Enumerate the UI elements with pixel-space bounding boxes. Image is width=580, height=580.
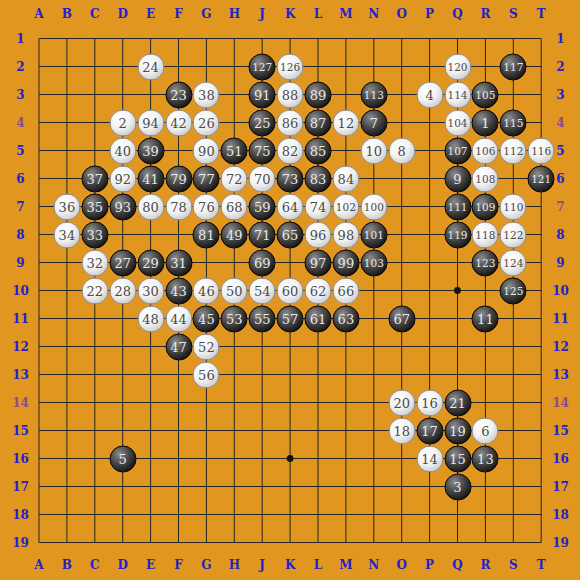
stone-white-22[interactable]: 22 bbox=[81, 277, 108, 304]
stone-white-12[interactable]: 12 bbox=[332, 109, 359, 136]
stone-white-38[interactable]: 38 bbox=[193, 81, 220, 108]
stone-white-42[interactable]: 42 bbox=[165, 109, 192, 136]
stone-move-number: 5 bbox=[119, 452, 127, 465]
stone-move-number: 57 bbox=[282, 312, 299, 325]
stone-move-number: 73 bbox=[282, 172, 299, 185]
stone-white-28[interactable]: 28 bbox=[109, 277, 136, 304]
stone-black-103[interactable]: 103 bbox=[360, 249, 387, 276]
go-board[interactable]: AABBCCDDEEFFGGHHJJKKLLMMNNOOPPQQRRSSTT11… bbox=[0, 0, 580, 580]
stone-black-113[interactable]: 113 bbox=[360, 81, 387, 108]
stone-move-number: 74 bbox=[310, 200, 327, 213]
col-label-top-S: S bbox=[509, 7, 518, 21]
stone-move-number: 18 bbox=[393, 424, 410, 437]
stone-move-number: 90 bbox=[198, 144, 215, 157]
stone-move-number: 75 bbox=[254, 144, 271, 157]
stone-move-number: 103 bbox=[364, 257, 384, 268]
stone-move-number: 3 bbox=[453, 480, 461, 493]
stone-white-46[interactable]: 46 bbox=[193, 277, 220, 304]
row-label-left-15: 15 bbox=[12, 424, 29, 438]
row-label-left-5: 5 bbox=[16, 144, 24, 158]
stone-move-number: 114 bbox=[447, 89, 467, 100]
stone-move-number: 31 bbox=[170, 256, 187, 269]
stone-white-40[interactable]: 40 bbox=[109, 137, 136, 164]
stone-white-82[interactable]: 82 bbox=[277, 137, 304, 164]
stone-white-108[interactable]: 108 bbox=[472, 165, 499, 192]
stone-black-99[interactable]: 99 bbox=[332, 249, 359, 276]
stone-move-number: 104 bbox=[447, 117, 467, 128]
row-label-right-11: 11 bbox=[552, 312, 569, 326]
stone-black-75[interactable]: 75 bbox=[249, 137, 276, 164]
stone-black-39[interactable]: 39 bbox=[137, 137, 164, 164]
stone-white-48[interactable]: 48 bbox=[137, 305, 164, 332]
stone-move-number: 23 bbox=[170, 88, 187, 101]
stone-move-number: 48 bbox=[142, 312, 159, 325]
stone-white-32[interactable]: 32 bbox=[81, 249, 108, 276]
stone-black-35[interactable]: 35 bbox=[81, 193, 108, 220]
stone-move-number: 2 bbox=[119, 116, 127, 129]
col-label-top-E: E bbox=[146, 7, 155, 21]
stone-white-14[interactable]: 14 bbox=[416, 445, 443, 472]
stone-move-number: 1 bbox=[481, 116, 489, 129]
stone-move-number: 51 bbox=[226, 144, 243, 157]
stone-black-79[interactable]: 79 bbox=[165, 165, 192, 192]
stone-move-number: 91 bbox=[254, 88, 271, 101]
stone-move-number: 41 bbox=[142, 172, 159, 185]
row-label-right-9: 9 bbox=[556, 256, 564, 270]
stone-black-127[interactable]: 127 bbox=[249, 53, 276, 80]
stone-black-85[interactable]: 85 bbox=[305, 137, 332, 164]
col-label-bottom-G: G bbox=[201, 558, 211, 572]
stone-white-44[interactable]: 44 bbox=[165, 305, 192, 332]
stone-move-number: 9 bbox=[453, 172, 461, 185]
stone-white-98[interactable]: 98 bbox=[332, 221, 359, 248]
stone-black-67[interactable]: 67 bbox=[388, 305, 415, 332]
row-label-right-13: 13 bbox=[552, 368, 569, 382]
stone-move-number: 7 bbox=[370, 116, 378, 129]
stone-white-110[interactable]: 110 bbox=[500, 193, 527, 220]
stone-move-number: 62 bbox=[310, 284, 327, 297]
col-label-top-R: R bbox=[480, 7, 490, 21]
stone-move-number: 111 bbox=[447, 201, 467, 212]
stone-move-number: 14 bbox=[421, 452, 438, 465]
stone-white-78[interactable]: 78 bbox=[165, 193, 192, 220]
stone-white-8[interactable]: 8 bbox=[388, 137, 415, 164]
row-label-right-10: 10 bbox=[552, 284, 569, 298]
stone-white-66[interactable]: 66 bbox=[332, 277, 359, 304]
stone-white-70[interactable]: 70 bbox=[249, 165, 276, 192]
stone-move-number: 96 bbox=[310, 228, 327, 241]
col-label-top-N: N bbox=[368, 7, 379, 21]
stone-black-91[interactable]: 91 bbox=[249, 81, 276, 108]
stone-white-62[interactable]: 62 bbox=[305, 277, 332, 304]
stone-black-81[interactable]: 81 bbox=[193, 221, 220, 248]
row-label-right-3: 3 bbox=[556, 88, 564, 102]
stone-white-64[interactable]: 64 bbox=[277, 193, 304, 220]
stone-black-27[interactable]: 27 bbox=[109, 249, 136, 276]
stone-white-10[interactable]: 10 bbox=[360, 137, 387, 164]
stone-black-61[interactable]: 61 bbox=[305, 305, 332, 332]
stone-move-number: 43 bbox=[170, 284, 187, 297]
stone-black-43[interactable]: 43 bbox=[165, 277, 192, 304]
stone-black-125[interactable]: 125 bbox=[500, 277, 527, 304]
stone-move-number: 38 bbox=[198, 88, 215, 101]
stone-white-80[interactable]: 80 bbox=[137, 193, 164, 220]
stone-white-122[interactable]: 122 bbox=[500, 221, 527, 248]
col-label-bottom-F: F bbox=[174, 558, 183, 572]
stone-move-number: 112 bbox=[503, 145, 523, 156]
stone-white-68[interactable]: 68 bbox=[221, 193, 248, 220]
col-label-bottom-T: T bbox=[537, 558, 546, 572]
col-label-bottom-S: S bbox=[509, 558, 518, 572]
stone-black-21[interactable]: 21 bbox=[444, 389, 471, 416]
stone-white-106[interactable]: 106 bbox=[472, 137, 499, 164]
stone-move-number: 86 bbox=[282, 116, 299, 129]
stone-move-number: 93 bbox=[114, 200, 131, 213]
stone-black-29[interactable]: 29 bbox=[137, 249, 164, 276]
stone-move-number: 19 bbox=[449, 424, 466, 437]
stone-move-number: 107 bbox=[447, 145, 467, 156]
row-label-left-11: 11 bbox=[12, 312, 29, 326]
col-label-bottom-K: K bbox=[285, 558, 295, 572]
stone-black-121[interactable]: 121 bbox=[528, 165, 555, 192]
stone-move-number: 12 bbox=[338, 116, 355, 129]
col-label-top-K: K bbox=[285, 7, 295, 21]
stone-black-55[interactable]: 55 bbox=[249, 305, 276, 332]
row-label-left-9: 9 bbox=[16, 256, 24, 270]
stone-white-74[interactable]: 74 bbox=[305, 193, 332, 220]
row-label-right-4: 4 bbox=[556, 116, 564, 130]
stone-black-111[interactable]: 111 bbox=[444, 193, 471, 220]
stone-move-number: 8 bbox=[398, 144, 406, 157]
stone-white-6[interactable]: 6 bbox=[472, 417, 499, 444]
stone-move-number: 101 bbox=[364, 229, 384, 240]
stone-white-84[interactable]: 84 bbox=[332, 165, 359, 192]
stone-white-50[interactable]: 50 bbox=[221, 277, 248, 304]
stone-move-number: 119 bbox=[447, 229, 467, 240]
stone-move-number: 69 bbox=[254, 256, 271, 269]
stone-move-number: 54 bbox=[254, 284, 271, 297]
col-label-bottom-Q: Q bbox=[452, 558, 462, 572]
stone-move-number: 35 bbox=[87, 200, 104, 213]
stone-black-47[interactable]: 47 bbox=[165, 333, 192, 360]
stone-white-30[interactable]: 30 bbox=[137, 277, 164, 304]
stone-move-number: 100 bbox=[364, 201, 384, 212]
col-label-bottom-N: N bbox=[368, 558, 379, 572]
stone-move-number: 40 bbox=[114, 144, 131, 157]
stone-move-number: 68 bbox=[226, 200, 243, 213]
row-label-left-17: 17 bbox=[12, 480, 29, 494]
stone-move-number: 47 bbox=[170, 340, 187, 353]
star-point-Q10 bbox=[454, 287, 461, 294]
stone-white-112[interactable]: 112 bbox=[500, 137, 527, 164]
stone-white-88[interactable]: 88 bbox=[277, 81, 304, 108]
stone-white-18[interactable]: 18 bbox=[388, 417, 415, 444]
stone-white-54[interactable]: 54 bbox=[249, 277, 276, 304]
stone-move-number: 125 bbox=[503, 285, 523, 296]
stone-white-120[interactable]: 120 bbox=[444, 53, 471, 80]
stone-move-number: 4 bbox=[425, 88, 433, 101]
stone-black-97[interactable]: 97 bbox=[305, 249, 332, 276]
row-label-left-6: 6 bbox=[16, 172, 24, 186]
col-label-top-Q: Q bbox=[452, 7, 462, 21]
stone-move-number: 56 bbox=[198, 368, 215, 381]
row-label-left-8: 8 bbox=[16, 228, 24, 242]
col-label-bottom-H: H bbox=[229, 558, 240, 572]
stone-white-124[interactable]: 124 bbox=[500, 249, 527, 276]
stone-black-59[interactable]: 59 bbox=[249, 193, 276, 220]
stone-white-114[interactable]: 114 bbox=[444, 81, 471, 108]
col-label-bottom-J: J bbox=[259, 558, 265, 572]
row-label-right-19: 19 bbox=[552, 536, 569, 550]
col-label-top-L: L bbox=[314, 7, 322, 21]
stone-black-37[interactable]: 37 bbox=[81, 165, 108, 192]
stone-white-116[interactable]: 116 bbox=[528, 137, 555, 164]
stone-black-119[interactable]: 119 bbox=[444, 221, 471, 248]
stone-move-number: 85 bbox=[310, 144, 327, 157]
stone-black-65[interactable]: 65 bbox=[277, 221, 304, 248]
row-label-right-2: 2 bbox=[556, 60, 564, 74]
stone-white-36[interactable]: 36 bbox=[53, 193, 80, 220]
stone-move-number: 72 bbox=[226, 172, 243, 185]
stone-move-number: 127 bbox=[252, 61, 272, 72]
stone-white-86[interactable]: 86 bbox=[277, 109, 304, 136]
col-label-bottom-P: P bbox=[425, 558, 434, 572]
stone-black-41[interactable]: 41 bbox=[137, 165, 164, 192]
stone-move-number: 71 bbox=[254, 228, 271, 241]
row-label-left-10: 10 bbox=[12, 284, 29, 298]
stone-black-109[interactable]: 109 bbox=[472, 193, 499, 220]
col-label-bottom-R: R bbox=[480, 558, 490, 572]
stone-black-49[interactable]: 49 bbox=[221, 221, 248, 248]
stone-move-number: 25 bbox=[254, 116, 271, 129]
stone-black-83[interactable]: 83 bbox=[305, 165, 332, 192]
col-label-bottom-B: B bbox=[62, 558, 72, 572]
stone-black-101[interactable]: 101 bbox=[360, 221, 387, 248]
stone-move-number: 102 bbox=[336, 201, 356, 212]
stone-white-16[interactable]: 16 bbox=[416, 389, 443, 416]
stone-black-5[interactable]: 5 bbox=[109, 445, 136, 472]
stone-white-94[interactable]: 94 bbox=[137, 109, 164, 136]
stone-move-number: 22 bbox=[87, 284, 104, 297]
stone-black-51[interactable]: 51 bbox=[221, 137, 248, 164]
stone-move-number: 77 bbox=[198, 172, 215, 185]
stone-white-90[interactable]: 90 bbox=[193, 137, 220, 164]
stone-black-53[interactable]: 53 bbox=[221, 305, 248, 332]
stone-black-57[interactable]: 57 bbox=[277, 305, 304, 332]
col-label-top-P: P bbox=[425, 7, 434, 21]
col-label-top-B: B bbox=[62, 7, 72, 21]
col-label-top-C: C bbox=[90, 7, 100, 21]
row-label-right-6: 6 bbox=[556, 172, 564, 186]
stone-white-104[interactable]: 104 bbox=[444, 109, 471, 136]
stone-move-number: 106 bbox=[475, 145, 495, 156]
col-label-top-M: M bbox=[339, 7, 352, 21]
stone-white-52[interactable]: 52 bbox=[193, 333, 220, 360]
stone-move-number: 87 bbox=[310, 116, 327, 129]
stone-move-number: 123 bbox=[475, 257, 495, 268]
row-label-left-3: 3 bbox=[16, 88, 24, 102]
stone-move-number: 17 bbox=[421, 424, 438, 437]
stone-black-9[interactable]: 9 bbox=[444, 165, 471, 192]
col-label-top-J: J bbox=[259, 7, 265, 21]
stone-black-25[interactable]: 25 bbox=[249, 109, 276, 136]
stone-move-number: 21 bbox=[449, 396, 466, 409]
stone-black-1[interactable]: 1 bbox=[472, 109, 499, 136]
row-label-left-7: 7 bbox=[16, 200, 24, 214]
stone-move-number: 120 bbox=[447, 61, 467, 72]
row-label-left-19: 19 bbox=[12, 536, 29, 550]
stone-move-number: 49 bbox=[226, 228, 243, 241]
stone-black-107[interactable]: 107 bbox=[444, 137, 471, 164]
stone-black-117[interactable]: 117 bbox=[500, 53, 527, 80]
stone-black-3[interactable]: 3 bbox=[444, 473, 471, 500]
stone-move-number: 42 bbox=[170, 116, 187, 129]
stone-black-77[interactable]: 77 bbox=[193, 165, 220, 192]
stone-move-number: 13 bbox=[477, 452, 494, 465]
stone-move-number: 88 bbox=[282, 88, 299, 101]
stone-black-71[interactable]: 71 bbox=[249, 221, 276, 248]
stone-move-number: 39 bbox=[142, 144, 159, 157]
stone-black-23[interactable]: 23 bbox=[165, 81, 192, 108]
stone-move-number: 45 bbox=[198, 312, 215, 325]
col-label-bottom-E: E bbox=[146, 558, 155, 572]
stone-move-number: 26 bbox=[198, 116, 215, 129]
stone-move-number: 115 bbox=[503, 117, 523, 128]
col-label-bottom-C: C bbox=[90, 558, 100, 572]
row-label-right-8: 8 bbox=[556, 228, 564, 242]
stone-move-number: 53 bbox=[226, 312, 243, 325]
stone-move-number: 82 bbox=[282, 144, 299, 157]
col-label-bottom-D: D bbox=[117, 558, 127, 572]
stone-move-number: 105 bbox=[475, 89, 495, 100]
stone-black-73[interactable]: 73 bbox=[277, 165, 304, 192]
stone-black-115[interactable]: 115 bbox=[500, 109, 527, 136]
stone-black-33[interactable]: 33 bbox=[81, 221, 108, 248]
stone-black-123[interactable]: 123 bbox=[472, 249, 499, 276]
stone-white-4[interactable]: 4 bbox=[416, 81, 443, 108]
row-label-right-12: 12 bbox=[552, 340, 569, 354]
row-label-left-14: 14 bbox=[12, 396, 29, 410]
stone-move-number: 27 bbox=[114, 256, 131, 269]
stone-white-20[interactable]: 20 bbox=[388, 389, 415, 416]
col-label-top-F: F bbox=[174, 7, 183, 21]
col-label-top-H: H bbox=[229, 7, 240, 21]
row-label-right-14: 14 bbox=[552, 396, 569, 410]
stone-white-72[interactable]: 72 bbox=[221, 165, 248, 192]
star-point-K16 bbox=[287, 455, 294, 462]
stone-black-105[interactable]: 105 bbox=[472, 81, 499, 108]
stone-white-100[interactable]: 100 bbox=[360, 193, 387, 220]
stone-white-24[interactable]: 24 bbox=[137, 53, 164, 80]
stone-move-number: 94 bbox=[142, 116, 159, 129]
col-label-top-T: T bbox=[537, 7, 546, 21]
stone-move-number: 124 bbox=[503, 257, 523, 268]
stone-black-69[interactable]: 69 bbox=[249, 249, 276, 276]
stone-black-7[interactable]: 7 bbox=[360, 109, 387, 136]
col-label-top-D: D bbox=[117, 7, 127, 21]
stone-black-31[interactable]: 31 bbox=[165, 249, 192, 276]
stone-move-number: 52 bbox=[198, 340, 215, 353]
stone-move-number: 37 bbox=[87, 172, 104, 185]
stone-move-number: 34 bbox=[59, 228, 76, 241]
stone-black-93[interactable]: 93 bbox=[109, 193, 136, 220]
stone-move-number: 98 bbox=[338, 228, 355, 241]
col-label-bottom-M: M bbox=[339, 558, 352, 572]
row-label-right-7: 7 bbox=[556, 200, 564, 214]
stone-black-15[interactable]: 15 bbox=[444, 445, 471, 472]
col-label-bottom-O: O bbox=[396, 558, 406, 572]
col-label-top-O: O bbox=[396, 7, 406, 21]
stone-move-number: 117 bbox=[503, 61, 523, 72]
stone-move-number: 108 bbox=[475, 173, 495, 184]
stone-move-number: 24 bbox=[142, 60, 159, 73]
stone-move-number: 16 bbox=[421, 396, 438, 409]
stone-white-102[interactable]: 102 bbox=[332, 193, 359, 220]
stone-move-number: 70 bbox=[254, 172, 271, 185]
stone-move-number: 67 bbox=[393, 312, 410, 325]
stone-move-number: 11 bbox=[477, 312, 494, 325]
stone-move-number: 66 bbox=[338, 284, 355, 297]
stone-move-number: 44 bbox=[170, 312, 187, 325]
stone-white-56[interactable]: 56 bbox=[193, 361, 220, 388]
stone-black-63[interactable]: 63 bbox=[332, 305, 359, 332]
row-label-left-2: 2 bbox=[16, 60, 24, 74]
stone-move-number: 99 bbox=[338, 256, 355, 269]
row-label-left-1: 1 bbox=[16, 32, 24, 46]
stone-move-number: 10 bbox=[366, 144, 383, 157]
col-label-bottom-L: L bbox=[314, 558, 322, 572]
stone-white-76[interactable]: 76 bbox=[193, 193, 220, 220]
stone-move-number: 55 bbox=[254, 312, 271, 325]
stone-move-number: 30 bbox=[142, 284, 159, 297]
stone-move-number: 61 bbox=[310, 312, 327, 325]
stone-move-number: 50 bbox=[226, 284, 243, 297]
row-label-right-15: 15 bbox=[552, 424, 569, 438]
stone-move-number: 59 bbox=[254, 200, 271, 213]
stone-move-number: 83 bbox=[310, 172, 327, 185]
stone-white-126[interactable]: 126 bbox=[277, 53, 304, 80]
stone-move-number: 92 bbox=[114, 172, 131, 185]
row-label-right-17: 17 bbox=[552, 480, 569, 494]
stone-move-number: 63 bbox=[338, 312, 355, 325]
stone-white-118[interactable]: 118 bbox=[472, 221, 499, 248]
stone-black-13[interactable]: 13 bbox=[472, 445, 499, 472]
stone-move-number: 109 bbox=[475, 201, 495, 212]
col-label-bottom-A: A bbox=[34, 558, 43, 572]
stone-move-number: 60 bbox=[282, 284, 299, 297]
stone-move-number: 64 bbox=[282, 200, 299, 213]
row-label-right-18: 18 bbox=[552, 508, 569, 522]
stone-black-11[interactable]: 11 bbox=[472, 305, 499, 332]
row-label-left-13: 13 bbox=[12, 368, 29, 382]
stone-move-number: 113 bbox=[364, 89, 384, 100]
stone-white-60[interactable]: 60 bbox=[277, 277, 304, 304]
stone-black-19[interactable]: 19 bbox=[444, 417, 471, 444]
stone-black-45[interactable]: 45 bbox=[193, 305, 220, 332]
stone-white-26[interactable]: 26 bbox=[193, 109, 220, 136]
stone-white-2[interactable]: 2 bbox=[109, 109, 136, 136]
stone-white-34[interactable]: 34 bbox=[53, 221, 80, 248]
stone-black-17[interactable]: 17 bbox=[416, 417, 443, 444]
stone-black-87[interactable]: 87 bbox=[305, 109, 332, 136]
stone-move-number: 116 bbox=[531, 145, 551, 156]
stone-move-number: 6 bbox=[481, 424, 489, 437]
row-label-left-12: 12 bbox=[12, 340, 29, 354]
stone-white-92[interactable]: 92 bbox=[109, 165, 136, 192]
stone-white-96[interactable]: 96 bbox=[305, 221, 332, 248]
stone-black-89[interactable]: 89 bbox=[305, 81, 332, 108]
stone-move-number: 76 bbox=[198, 200, 215, 213]
